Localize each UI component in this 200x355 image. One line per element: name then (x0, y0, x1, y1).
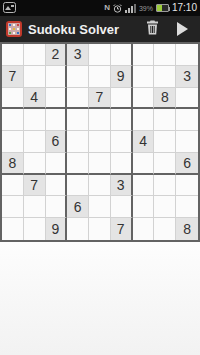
cell-r8c3[interactable] (46, 196, 68, 218)
alarm-icon (113, 0, 122, 17)
cell-r8c8[interactable] (154, 196, 176, 218)
cell-r3c1[interactable] (2, 88, 24, 110)
cell-r2c9[interactable]: 3 (176, 66, 198, 88)
sudoku-board: 237934786486736978 (0, 42, 200, 242)
nfc-icon: N (104, 4, 110, 12)
cell-r5c3[interactable]: 6 (46, 131, 68, 153)
cell-r1c6[interactable] (111, 44, 133, 66)
cell-r9c3[interactable]: 9 (46, 218, 68, 240)
cell-r4c4[interactable] (67, 109, 89, 131)
app-bar: Sudoku Solver (0, 16, 200, 42)
cell-r1c1[interactable] (2, 44, 24, 66)
cell-r5c7[interactable]: 4 (133, 131, 155, 153)
cell-r8c5[interactable] (89, 196, 111, 218)
cell-r8c1[interactable] (2, 196, 24, 218)
cell-r2c8[interactable] (154, 66, 176, 88)
signal-icon (125, 4, 136, 13)
cell-r6c9[interactable]: 6 (176, 153, 198, 175)
cell-r9c9[interactable]: 8 (176, 218, 198, 240)
cell-r5c8[interactable] (154, 131, 176, 153)
bottom-space (0, 242, 200, 355)
cell-r6c5[interactable] (89, 153, 111, 175)
cell-r6c3[interactable] (46, 153, 68, 175)
cell-r7c8[interactable] (154, 175, 176, 197)
cell-r7c7[interactable] (133, 175, 155, 197)
cell-r7c6[interactable]: 3 (111, 175, 133, 197)
cell-r3c8[interactable]: 8 (154, 88, 176, 110)
cell-r2c7[interactable] (133, 66, 155, 88)
cell-r5c1[interactable] (2, 131, 24, 153)
battery-percent: 39% (139, 5, 153, 12)
cell-r3c2[interactable]: 4 (24, 88, 46, 110)
cell-r6c8[interactable] (154, 153, 176, 175)
cell-r7c2[interactable]: 7 (24, 175, 46, 197)
cell-r2c3[interactable] (46, 66, 68, 88)
cell-r3c6[interactable] (111, 88, 133, 110)
cell-r7c3[interactable] (46, 175, 68, 197)
cell-r6c2[interactable] (24, 153, 46, 175)
cell-r1c3[interactable]: 2 (46, 44, 68, 66)
cell-r1c2[interactable] (24, 44, 46, 66)
cell-r1c5[interactable] (89, 44, 111, 66)
cell-r2c1[interactable]: 7 (2, 66, 24, 88)
play-icon (177, 22, 188, 36)
cell-r3c7[interactable] (133, 88, 155, 110)
cell-r9c5[interactable] (89, 218, 111, 240)
cell-r4c2[interactable] (24, 109, 46, 131)
cell-r9c6[interactable]: 7 (111, 218, 133, 240)
cell-r7c4[interactable] (67, 175, 89, 197)
cell-r5c2[interactable] (24, 131, 46, 153)
clock-text: 17:10 (172, 3, 197, 13)
cell-r2c5[interactable] (89, 66, 111, 88)
cell-r9c8[interactable] (154, 218, 176, 240)
screenshot-icon (3, 0, 16, 17)
app-logo-icon (6, 21, 22, 37)
delete-button[interactable] (140, 18, 164, 40)
cell-r3c4[interactable] (67, 88, 89, 110)
cell-r1c8[interactable] (154, 44, 176, 66)
cell-r6c7[interactable] (133, 153, 155, 175)
solve-button[interactable] (170, 18, 194, 40)
cell-r8c7[interactable] (133, 196, 155, 218)
trash-icon (146, 20, 159, 38)
cell-r1c7[interactable] (133, 44, 155, 66)
cell-r8c9[interactable] (176, 196, 198, 218)
cell-r3c3[interactable] (46, 88, 68, 110)
cell-r8c6[interactable] (111, 196, 133, 218)
cell-r5c9[interactable] (176, 131, 198, 153)
cell-r1c9[interactable] (176, 44, 198, 66)
cell-r6c6[interactable] (111, 153, 133, 175)
cell-r4c1[interactable] (2, 109, 24, 131)
cell-r7c5[interactable] (89, 175, 111, 197)
cell-r8c4[interactable]: 6 (67, 196, 89, 218)
cell-r7c1[interactable] (2, 175, 24, 197)
cell-r9c7[interactable] (133, 218, 155, 240)
app-title: Sudoku Solver (28, 22, 134, 37)
battery-icon (156, 4, 169, 12)
cell-r7c9[interactable] (176, 175, 198, 197)
cell-r4c3[interactable] (46, 109, 68, 131)
cell-r1c4[interactable]: 3 (67, 44, 89, 66)
cell-r4c5[interactable] (89, 109, 111, 131)
cell-r2c2[interactable] (24, 66, 46, 88)
cell-r8c2[interactable] (24, 196, 46, 218)
cell-r3c5[interactable]: 7 (89, 88, 111, 110)
screen: N 39% 17:10 Sudoku Solver 23793478648673… (0, 0, 200, 355)
cell-r2c6[interactable]: 9 (111, 66, 133, 88)
cell-r5c4[interactable] (67, 131, 89, 153)
cell-r4c9[interactable] (176, 109, 198, 131)
cell-r5c6[interactable] (111, 131, 133, 153)
cell-r9c4[interactable] (67, 218, 89, 240)
cell-r4c7[interactable] (133, 109, 155, 131)
cell-r9c2[interactable] (24, 218, 46, 240)
cell-r4c6[interactable] (111, 109, 133, 131)
cell-r3c9[interactable] (176, 88, 198, 110)
cell-r6c4[interactable] (67, 153, 89, 175)
status-bar: N 39% 17:10 (0, 0, 200, 16)
cell-r5c5[interactable] (89, 131, 111, 153)
cell-r6c1[interactable]: 8 (2, 153, 24, 175)
cell-r4c8[interactable] (154, 109, 176, 131)
cell-r2c4[interactable] (67, 66, 89, 88)
cell-r9c1[interactable] (2, 218, 24, 240)
